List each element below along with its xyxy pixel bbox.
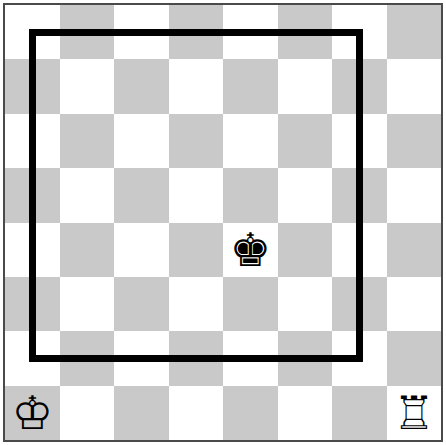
square-a3[interactable] (5, 277, 60, 331)
square-c2[interactable] (114, 331, 169, 385)
square-f8[interactable] (278, 5, 333, 59)
square-e2[interactable] (223, 331, 278, 385)
square-h7[interactable] (387, 59, 442, 113)
square-b3[interactable] (60, 277, 115, 331)
square-b4[interactable] (60, 223, 115, 277)
square-b1[interactable] (60, 386, 115, 440)
square-c3[interactable] (114, 277, 169, 331)
square-e3[interactable] (223, 277, 278, 331)
square-e7[interactable] (223, 59, 278, 113)
square-c1[interactable] (114, 386, 169, 440)
square-g7[interactable] (332, 59, 387, 113)
square-e8[interactable] (223, 5, 278, 59)
square-h4[interactable] (387, 223, 442, 277)
square-h2[interactable] (387, 331, 442, 385)
black-king: ♚ (230, 227, 271, 273)
square-g2[interactable] (332, 331, 387, 385)
square-a8[interactable] (5, 5, 60, 59)
board-grid: ♚♔♖ (5, 5, 441, 440)
square-b2[interactable] (60, 331, 115, 385)
square-c5[interactable] (114, 168, 169, 222)
square-f4[interactable] (278, 223, 333, 277)
chess-board: ♚♔♖ (3, 3, 443, 442)
square-g6[interactable] (332, 114, 387, 168)
square-d7[interactable] (169, 59, 224, 113)
square-g8[interactable] (332, 5, 387, 59)
square-a6[interactable] (5, 114, 60, 168)
square-a2[interactable] (5, 331, 60, 385)
square-d6[interactable] (169, 114, 224, 168)
square-d8[interactable] (169, 5, 224, 59)
square-c6[interactable] (114, 114, 169, 168)
white-king: ♔ (12, 390, 53, 436)
square-d3[interactable] (169, 277, 224, 331)
square-e1[interactable] (223, 386, 278, 440)
square-h3[interactable] (387, 277, 442, 331)
square-c7[interactable] (114, 59, 169, 113)
square-b5[interactable] (60, 168, 115, 222)
square-f5[interactable] (278, 168, 333, 222)
square-b7[interactable] (60, 59, 115, 113)
square-h5[interactable] (387, 168, 442, 222)
square-f1[interactable] (278, 386, 333, 440)
white-rook: ♖ (393, 390, 434, 436)
square-f2[interactable] (278, 331, 333, 385)
chess-diagram: ♚♔♖ (0, 0, 446, 445)
square-a7[interactable] (5, 59, 60, 113)
square-e4[interactable]: ♚ (223, 223, 278, 277)
square-h8[interactable] (387, 5, 442, 59)
square-h6[interactable] (387, 114, 442, 168)
square-h1[interactable]: ♖ (387, 386, 442, 440)
square-f3[interactable] (278, 277, 333, 331)
square-a1[interactable]: ♔ (5, 386, 60, 440)
square-b6[interactable] (60, 114, 115, 168)
square-c8[interactable] (114, 5, 169, 59)
square-g4[interactable] (332, 223, 387, 277)
square-b8[interactable] (60, 5, 115, 59)
square-e5[interactable] (223, 168, 278, 222)
square-g1[interactable] (332, 386, 387, 440)
square-d2[interactable] (169, 331, 224, 385)
square-a4[interactable] (5, 223, 60, 277)
square-d4[interactable] (169, 223, 224, 277)
square-e6[interactable] (223, 114, 278, 168)
square-f7[interactable] (278, 59, 333, 113)
square-g5[interactable] (332, 168, 387, 222)
square-d1[interactable] (169, 386, 224, 440)
square-f6[interactable] (278, 114, 333, 168)
square-c4[interactable] (114, 223, 169, 277)
square-a5[interactable] (5, 168, 60, 222)
square-d5[interactable] (169, 168, 224, 222)
square-g3[interactable] (332, 277, 387, 331)
